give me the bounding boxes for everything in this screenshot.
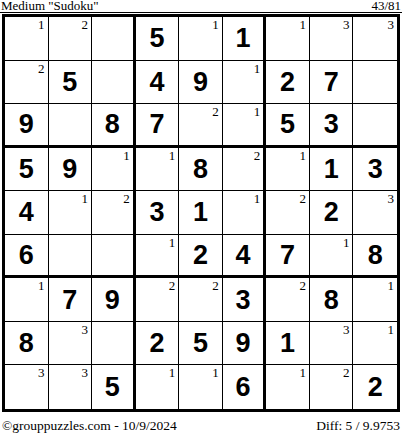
header: Medium "Sudoku" 43/81	[0, 0, 402, 13]
cell-r5c9[interactable]: 3	[353, 191, 397, 235]
cell-value: 9	[19, 110, 34, 138]
cell-r9c8[interactable]: 2	[310, 365, 354, 409]
cell-value: 2	[368, 373, 383, 401]
pencil-mark: 2	[212, 278, 219, 293]
cell-value: 1	[324, 155, 339, 183]
pencil-mark: 2	[38, 61, 45, 76]
cell-value: 2	[193, 241, 208, 269]
cell-r4c2: 9	[49, 148, 93, 192]
cell-value: 3	[149, 198, 164, 226]
cell-r6c8[interactable]: 1	[310, 235, 354, 279]
cell-r5c5: 1	[179, 191, 223, 235]
pencil-mark: 2	[169, 278, 176, 293]
cell-r9c3: 5	[92, 365, 136, 409]
cell-value: 8	[324, 286, 339, 314]
pencil-mark: 1	[299, 17, 306, 32]
cell-r5c6[interactable]: 1	[223, 191, 267, 235]
cell-value: 7	[149, 110, 164, 138]
cell-r2c3[interactable]	[92, 61, 136, 105]
cell-r1c8[interactable]: 3	[310, 17, 354, 61]
pencil-mark: 1	[123, 148, 130, 163]
pencil-mark: 3	[38, 365, 45, 380]
cell-value: 8	[368, 241, 383, 269]
pencil-mark: 2	[82, 17, 89, 32]
cell-r9c2[interactable]: 3	[49, 365, 93, 409]
cell-r4c1: 5	[5, 148, 49, 192]
cell-r8c8[interactable]: 3	[310, 322, 354, 366]
cell-r3c8: 3	[310, 104, 354, 148]
cell-r9c9: 2	[353, 365, 397, 409]
cell-value: 9	[62, 155, 77, 183]
cell-r1c5[interactable]: 1	[179, 17, 223, 61]
cell-r3c7: 5	[266, 104, 310, 148]
progress-counter: 43/81	[371, 0, 401, 12]
cell-r3c4: 7	[136, 104, 180, 148]
pencil-mark: 1	[82, 191, 89, 206]
cell-value: 5	[149, 24, 164, 52]
pencil-mark: 3	[388, 17, 395, 32]
cell-r4c5: 8	[179, 148, 223, 192]
pencil-mark: 1	[388, 322, 395, 337]
cell-r3c2[interactable]	[49, 104, 93, 148]
cell-r4c6[interactable]: 2	[223, 148, 267, 192]
cell-r8c9[interactable]: 1	[353, 322, 397, 366]
cell-r1c7[interactable]: 1	[266, 17, 310, 61]
cell-r3c9[interactable]	[353, 104, 397, 148]
cell-value: 3	[324, 110, 339, 138]
cell-r3c5[interactable]: 2	[179, 104, 223, 148]
cell-value: 5	[62, 68, 77, 96]
cell-r9c1[interactable]: 3	[5, 365, 49, 409]
cell-r1c9[interactable]: 3	[353, 17, 397, 61]
footer: ©grouppuzzles.com - 10/9/2024 Diff: 5 / …	[0, 418, 402, 433]
cell-value: 1	[236, 24, 251, 52]
cell-value: 6	[19, 241, 34, 269]
cell-r6c2[interactable]	[49, 235, 93, 279]
pencil-mark: 1	[169, 365, 176, 380]
cell-r6c7: 7	[266, 235, 310, 279]
cell-r2c4: 4	[136, 61, 180, 105]
pencil-mark: 2	[299, 278, 306, 293]
cell-r6c3[interactable]	[92, 235, 136, 279]
cell-r6c5: 2	[179, 235, 223, 279]
cell-value: 4	[19, 198, 34, 226]
cell-r7c4[interactable]: 2	[136, 278, 180, 322]
cell-r8c5: 5	[179, 322, 223, 366]
cell-r2c9[interactable]	[353, 61, 397, 105]
cell-r5c2[interactable]: 1	[49, 191, 93, 235]
cell-r1c6: 1	[223, 17, 267, 61]
cell-value: 5	[193, 329, 208, 357]
cell-r9c6: 6	[223, 365, 267, 409]
cell-r6c1: 6	[5, 235, 49, 279]
pencil-mark: 1	[38, 278, 45, 293]
cell-r5c4: 3	[136, 191, 180, 235]
cell-value: 7	[62, 286, 77, 314]
pencil-mark: 1	[212, 17, 219, 32]
cell-r8c6: 9	[223, 322, 267, 366]
cell-r4c9: 3	[353, 148, 397, 192]
pencil-mark: 2	[123, 191, 130, 206]
cell-r6c6: 4	[223, 235, 267, 279]
cell-r7c7[interactable]: 2	[266, 278, 310, 322]
cell-r8c2[interactable]: 3	[49, 322, 93, 366]
pencil-mark: 1	[299, 148, 306, 163]
cell-r1c3[interactable]	[92, 17, 136, 61]
cell-r4c3[interactable]: 1	[92, 148, 136, 192]
cell-r9c5[interactable]: 1	[179, 365, 223, 409]
cell-value: 9	[193, 68, 208, 96]
pencil-mark: 1	[299, 365, 306, 380]
cell-r2c1[interactable]: 2	[5, 61, 49, 105]
cell-r2c7: 2	[266, 61, 310, 105]
cell-r5c7[interactable]: 2	[266, 191, 310, 235]
copyright-text: ©grouppuzzles.com - 10/9/2024	[2, 418, 177, 433]
cell-r7c9[interactable]: 1	[353, 278, 397, 322]
cell-value: 9	[236, 329, 251, 357]
cell-r7c6: 3	[223, 278, 267, 322]
cell-r2c6[interactable]: 1	[223, 61, 267, 105]
pencil-mark: 2	[343, 365, 350, 380]
cell-r9c4[interactable]: 1	[136, 365, 180, 409]
cell-value: 7	[280, 241, 295, 269]
cell-r7c5[interactable]: 2	[179, 278, 223, 322]
cell-r6c4[interactable]: 1	[136, 235, 180, 279]
cell-r6c9: 8	[353, 235, 397, 279]
sudoku-page: Medium "Sudoku" 43/81 125111332549127987…	[0, 0, 402, 437]
pencil-mark: 1	[169, 148, 176, 163]
pencil-mark: 1	[254, 191, 261, 206]
cell-r5c8: 2	[310, 191, 354, 235]
cell-value: 5	[19, 155, 34, 183]
cell-value: 5	[280, 110, 295, 138]
pencil-mark: 1	[169, 235, 176, 250]
cell-r7c1[interactable]: 1	[5, 278, 49, 322]
pencil-mark: 1	[388, 278, 395, 293]
cell-value: 4	[236, 241, 251, 269]
difficulty-text: Diff: 5 / 9.9753	[316, 418, 400, 433]
pencil-mark: 1	[254, 104, 261, 119]
cell-r7c3: 9	[92, 278, 136, 322]
cell-r3c3: 8	[92, 104, 136, 148]
pencil-mark: 3	[343, 322, 350, 337]
cell-r2c8: 7	[310, 61, 354, 105]
cell-r2c2: 5	[49, 61, 93, 105]
cell-value: 8	[105, 110, 120, 138]
cell-value: 2	[280, 68, 295, 96]
cell-r5c1: 4	[5, 191, 49, 235]
cell-value: 6	[236, 373, 251, 401]
pencil-mark: 3	[343, 17, 350, 32]
cell-r3c6[interactable]: 1	[223, 104, 267, 148]
pencil-mark: 3	[388, 191, 395, 206]
cell-r2c5: 9	[179, 61, 223, 105]
pencil-mark: 2	[254, 148, 261, 163]
cell-value: 5	[105, 373, 120, 401]
cell-r7c8: 8	[310, 278, 354, 322]
cell-value: 1	[193, 198, 208, 226]
cell-r1c4: 5	[136, 17, 180, 61]
cell-value: 7	[324, 68, 339, 96]
cell-value: 4	[149, 68, 164, 96]
cell-r7c2: 7	[49, 278, 93, 322]
cell-value: 8	[19, 329, 34, 357]
pencil-mark: 2	[299, 191, 306, 206]
cell-value: 9	[105, 286, 120, 314]
pencil-mark: 1	[254, 61, 261, 76]
cell-r9c7[interactable]: 1	[266, 365, 310, 409]
cell-value: 3	[236, 286, 251, 314]
cell-r3c1: 9	[5, 104, 49, 148]
pencil-mark: 1	[38, 17, 45, 32]
cell-r1c1[interactable]: 1	[5, 17, 49, 61]
cell-r8c7: 1	[266, 322, 310, 366]
cell-r4c7[interactable]: 1	[266, 148, 310, 192]
cell-r4c4[interactable]: 1	[136, 148, 180, 192]
pencil-mark: 3	[82, 322, 89, 337]
cell-r1c2[interactable]: 2	[49, 17, 93, 61]
cell-value: 2	[324, 198, 339, 226]
cell-value: 1	[280, 329, 295, 357]
cell-value: 3	[368, 155, 383, 183]
pencil-mark: 2	[212, 104, 219, 119]
cell-r4c8: 1	[310, 148, 354, 192]
cell-value: 8	[193, 155, 208, 183]
pencil-mark: 1	[343, 235, 350, 250]
cell-r8c3[interactable]	[92, 322, 136, 366]
pencil-mark: 1	[212, 365, 219, 380]
cell-r8c1: 8	[5, 322, 49, 366]
page-title: Medium "Sudoku"	[1, 0, 99, 12]
sudoku-grid: 1251113325491279872153591182113412311223…	[2, 14, 400, 412]
cell-value: 2	[149, 329, 164, 357]
pencil-mark: 3	[82, 365, 89, 380]
cell-r8c4: 2	[136, 322, 180, 366]
cell-r5c3[interactable]: 2	[92, 191, 136, 235]
